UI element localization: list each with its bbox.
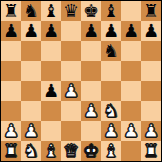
square-g5[interactable] bbox=[121, 61, 141, 81]
piece-white-pawn[interactable]: ♟ bbox=[103, 121, 119, 141]
piece-black-knight[interactable]: ♞ bbox=[23, 1, 39, 21]
square-e3[interactable]: ♟ bbox=[81, 101, 101, 121]
piece-white-pawn[interactable]: ♟ bbox=[3, 121, 19, 141]
piece-black-pawn[interactable]: ♟ bbox=[143, 21, 159, 41]
square-e5[interactable] bbox=[81, 61, 101, 81]
square-g7[interactable]: ♟ bbox=[121, 21, 141, 41]
square-c6[interactable] bbox=[41, 41, 61, 61]
square-h2[interactable]: ♟ bbox=[141, 121, 161, 141]
piece-black-pawn[interactable]: ♟ bbox=[43, 81, 59, 101]
square-c5[interactable] bbox=[41, 61, 61, 81]
piece-black-rook[interactable]: ♜ bbox=[143, 1, 159, 21]
square-a4[interactable] bbox=[1, 81, 21, 101]
piece-black-queen[interactable]: ♛ bbox=[63, 1, 79, 21]
square-f4[interactable] bbox=[101, 81, 121, 101]
square-f3[interactable]: ♞ bbox=[101, 101, 121, 121]
piece-white-pawn[interactable]: ♟ bbox=[83, 101, 99, 121]
piece-white-pawn[interactable]: ♟ bbox=[63, 81, 79, 101]
square-d7[interactable] bbox=[61, 21, 81, 41]
square-h4[interactable] bbox=[141, 81, 161, 101]
square-f8[interactable]: ♝ bbox=[101, 1, 121, 21]
square-f2[interactable]: ♟ bbox=[101, 121, 121, 141]
piece-white-queen[interactable]: ♛ bbox=[63, 141, 79, 161]
square-d3[interactable] bbox=[61, 101, 81, 121]
square-h1[interactable]: ♜ bbox=[141, 141, 161, 161]
piece-white-pawn[interactable]: ♟ bbox=[23, 121, 39, 141]
square-b1[interactable]: ♞ bbox=[21, 141, 41, 161]
square-e4[interactable] bbox=[81, 81, 101, 101]
piece-white-rook[interactable]: ♜ bbox=[143, 141, 159, 161]
square-e2[interactable] bbox=[81, 121, 101, 141]
square-f5[interactable] bbox=[101, 61, 121, 81]
square-d8[interactable]: ♛ bbox=[61, 1, 81, 21]
square-b6[interactable] bbox=[21, 41, 41, 61]
square-c4[interactable]: ♟ bbox=[41, 81, 61, 101]
square-a1[interactable]: ♜ bbox=[1, 141, 21, 161]
square-d5[interactable] bbox=[61, 61, 81, 81]
square-c8[interactable]: ♝ bbox=[41, 1, 61, 21]
square-e8[interactable]: ♚ bbox=[81, 1, 101, 21]
square-d2[interactable] bbox=[61, 121, 81, 141]
piece-white-pawn[interactable]: ♟ bbox=[123, 121, 139, 141]
square-b5[interactable] bbox=[21, 61, 41, 81]
square-c2[interactable] bbox=[41, 121, 61, 141]
square-a6[interactable] bbox=[1, 41, 21, 61]
piece-black-bishop[interactable]: ♝ bbox=[43, 1, 59, 21]
piece-white-rook[interactable]: ♜ bbox=[3, 141, 19, 161]
square-e1[interactable]: ♚ bbox=[81, 141, 101, 161]
piece-black-pawn[interactable]: ♟ bbox=[23, 21, 39, 41]
square-d6[interactable] bbox=[61, 41, 81, 61]
square-h3[interactable] bbox=[141, 101, 161, 121]
piece-black-knight[interactable]: ♞ bbox=[103, 41, 119, 61]
square-g6[interactable] bbox=[121, 41, 141, 61]
square-e7[interactable]: ♟ bbox=[81, 21, 101, 41]
square-c1[interactable]: ♝ bbox=[41, 141, 61, 161]
square-b7[interactable]: ♟ bbox=[21, 21, 41, 41]
square-d4[interactable]: ♟ bbox=[61, 81, 81, 101]
piece-white-bishop[interactable]: ♝ bbox=[103, 141, 119, 161]
piece-black-pawn[interactable]: ♟ bbox=[3, 21, 19, 41]
piece-black-pawn[interactable]: ♟ bbox=[83, 21, 99, 41]
square-a5[interactable] bbox=[1, 61, 21, 81]
square-f7[interactable]: ♟ bbox=[101, 21, 121, 41]
square-g4[interactable] bbox=[121, 81, 141, 101]
piece-black-king[interactable]: ♚ bbox=[83, 1, 99, 21]
square-g8[interactable] bbox=[121, 1, 141, 21]
square-h7[interactable]: ♟ bbox=[141, 21, 161, 41]
square-h8[interactable]: ♜ bbox=[141, 1, 161, 21]
square-f6[interactable]: ♞ bbox=[101, 41, 121, 61]
square-h5[interactable] bbox=[141, 61, 161, 81]
piece-black-pawn[interactable]: ♟ bbox=[123, 21, 139, 41]
square-a2[interactable]: ♟ bbox=[1, 121, 21, 141]
square-b3[interactable] bbox=[21, 101, 41, 121]
square-c3[interactable] bbox=[41, 101, 61, 121]
square-f1[interactable]: ♝ bbox=[101, 141, 121, 161]
square-a3[interactable] bbox=[1, 101, 21, 121]
piece-white-king[interactable]: ♚ bbox=[83, 141, 99, 161]
chess-board: ♜♞♝♛♚♝♜♟♟♟♟♟♟♟♞♟♟♟♞♟♟♟♟♟♜♞♝♛♚♝♜ bbox=[0, 0, 162, 162]
piece-black-bishop[interactable]: ♝ bbox=[103, 1, 119, 21]
piece-white-pawn[interactable]: ♟ bbox=[143, 121, 159, 141]
square-g3[interactable] bbox=[121, 101, 141, 121]
piece-black-pawn[interactable]: ♟ bbox=[103, 21, 119, 41]
square-a8[interactable]: ♜ bbox=[1, 1, 21, 21]
square-d1[interactable]: ♛ bbox=[61, 141, 81, 161]
square-b4[interactable] bbox=[21, 81, 41, 101]
piece-white-bishop[interactable]: ♝ bbox=[43, 141, 59, 161]
square-b2[interactable]: ♟ bbox=[21, 121, 41, 141]
square-h6[interactable] bbox=[141, 41, 161, 61]
square-g1[interactable] bbox=[121, 141, 141, 161]
square-e6[interactable] bbox=[81, 41, 101, 61]
square-a7[interactable]: ♟ bbox=[1, 21, 21, 41]
piece-black-rook[interactable]: ♜ bbox=[3, 1, 19, 21]
square-b8[interactable]: ♞ bbox=[21, 1, 41, 21]
piece-white-knight[interactable]: ♞ bbox=[103, 101, 119, 121]
square-c7[interactable]: ♟ bbox=[41, 21, 61, 41]
piece-white-knight[interactable]: ♞ bbox=[23, 141, 39, 161]
piece-black-pawn[interactable]: ♟ bbox=[43, 21, 59, 41]
square-g2[interactable]: ♟ bbox=[121, 121, 141, 141]
